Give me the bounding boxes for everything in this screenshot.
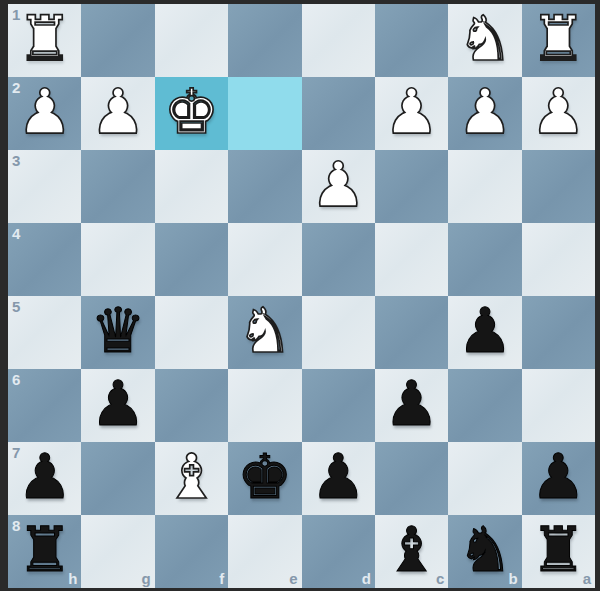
square-g6[interactable]: ♟ — [81, 369, 154, 442]
square-c5[interactable] — [375, 296, 448, 369]
square-b6[interactable] — [448, 369, 521, 442]
square-c7[interactable] — [375, 442, 448, 515]
file-label-g: g — [142, 571, 151, 586]
rank-label-6: 6 — [12, 372, 20, 387]
square-a7[interactable]: ♟ — [522, 442, 595, 515]
piece-black-pawn-d7[interactable]: ♟ — [310, 442, 366, 513]
square-c2[interactable]: ♟ — [375, 77, 448, 150]
square-f6[interactable] — [155, 369, 228, 442]
square-h1[interactable]: 1♜ — [8, 4, 81, 77]
square-b2[interactable]: ♟ — [448, 77, 521, 150]
chess-board: 1♜♞♜2♟♟♚♟♟♟3♟45♛♞♟6♟♟7♟♝♚♟♟8h♜gfedc♝b♞a♜ — [8, 4, 595, 588]
piece-black-pawn-a7[interactable]: ♟ — [531, 442, 587, 513]
square-h3[interactable]: 3 — [8, 150, 81, 223]
file-label-e: e — [289, 571, 297, 586]
square-e3[interactable] — [228, 150, 301, 223]
rank-label-4: 4 — [12, 226, 20, 241]
piece-black-queen-g5[interactable]: ♛ — [90, 296, 146, 367]
square-d7[interactable]: ♟ — [302, 442, 375, 515]
square-g3[interactable] — [81, 150, 154, 223]
file-label-f: f — [219, 571, 224, 586]
piece-white-rook-a1[interactable]: ♜ — [531, 4, 587, 75]
piece-black-pawn-b5[interactable]: ♟ — [457, 296, 513, 367]
piece-white-bishop-f7[interactable]: ♝ — [164, 442, 220, 513]
piece-black-knight-b8[interactable]: ♞ — [457, 515, 513, 586]
square-e1[interactable] — [228, 4, 301, 77]
piece-white-pawn-a2[interactable]: ♟ — [531, 77, 587, 148]
square-a8[interactable]: a♜ — [522, 515, 595, 588]
square-c1[interactable] — [375, 4, 448, 77]
square-f1[interactable] — [155, 4, 228, 77]
piece-white-pawn-h2[interactable]: ♟ — [17, 77, 73, 148]
piece-black-bishop-c8[interactable]: ♝ — [384, 515, 440, 586]
square-e5[interactable]: ♞ — [228, 296, 301, 369]
square-f8[interactable]: f — [155, 515, 228, 588]
square-h4[interactable]: 4 — [8, 223, 81, 296]
piece-white-pawn-g2[interactable]: ♟ — [90, 77, 146, 148]
square-g7[interactable] — [81, 442, 154, 515]
piece-black-rook-h8[interactable]: ♜ — [17, 515, 73, 586]
piece-black-pawn-h7[interactable]: ♟ — [17, 442, 73, 513]
square-d8[interactable]: d — [302, 515, 375, 588]
square-e2[interactable] — [228, 77, 301, 150]
square-c4[interactable] — [375, 223, 448, 296]
piece-white-rook-h1[interactable]: ♜ — [17, 4, 73, 75]
rank-label-5: 5 — [12, 299, 20, 314]
square-g8[interactable]: g — [81, 515, 154, 588]
piece-white-king-f2[interactable]: ♚ — [164, 77, 220, 148]
piece-white-knight-e5[interactable]: ♞ — [237, 296, 293, 367]
square-a6[interactable] — [522, 369, 595, 442]
piece-black-pawn-g6[interactable]: ♟ — [90, 369, 146, 440]
square-g2[interactable]: ♟ — [81, 77, 154, 150]
square-h2[interactable]: 2♟ — [8, 77, 81, 150]
piece-black-king-e7[interactable]: ♚ — [237, 442, 293, 513]
square-b1[interactable]: ♞ — [448, 4, 521, 77]
square-a3[interactable] — [522, 150, 595, 223]
square-d4[interactable] — [302, 223, 375, 296]
square-d6[interactable] — [302, 369, 375, 442]
file-label-d: d — [362, 571, 371, 586]
window-frame: 1♜♞♜2♟♟♚♟♟♟3♟45♛♞♟6♟♟7♟♝♚♟♟8h♜gfedc♝b♞a♜ — [0, 0, 600, 591]
square-e4[interactable] — [228, 223, 301, 296]
square-b3[interactable] — [448, 150, 521, 223]
square-f7[interactable]: ♝ — [155, 442, 228, 515]
square-f2[interactable]: ♚ — [155, 77, 228, 150]
square-a5[interactable] — [522, 296, 595, 369]
square-f4[interactable] — [155, 223, 228, 296]
square-a4[interactable] — [522, 223, 595, 296]
square-f3[interactable] — [155, 150, 228, 223]
square-g5[interactable]: ♛ — [81, 296, 154, 369]
piece-white-knight-b1[interactable]: ♞ — [457, 4, 513, 75]
square-a1[interactable]: ♜ — [522, 4, 595, 77]
piece-white-pawn-d3[interactable]: ♟ — [310, 150, 366, 221]
piece-white-pawn-b2[interactable]: ♟ — [457, 77, 513, 148]
square-h8[interactable]: 8h♜ — [8, 515, 81, 588]
square-b5[interactable]: ♟ — [448, 296, 521, 369]
square-c6[interactable]: ♟ — [375, 369, 448, 442]
square-a2[interactable]: ♟ — [522, 77, 595, 150]
square-d3[interactable]: ♟ — [302, 150, 375, 223]
piece-black-pawn-c6[interactable]: ♟ — [384, 369, 440, 440]
square-c3[interactable] — [375, 150, 448, 223]
square-e8[interactable]: e — [228, 515, 301, 588]
rank-label-3: 3 — [12, 153, 20, 168]
square-f5[interactable] — [155, 296, 228, 369]
square-b7[interactable] — [448, 442, 521, 515]
piece-black-rook-a8[interactable]: ♜ — [531, 515, 587, 586]
square-h7[interactable]: 7♟ — [8, 442, 81, 515]
square-e7[interactable]: ♚ — [228, 442, 301, 515]
square-h5[interactable]: 5 — [8, 296, 81, 369]
square-c8[interactable]: c♝ — [375, 515, 448, 588]
square-d5[interactable] — [302, 296, 375, 369]
piece-white-pawn-c2[interactable]: ♟ — [384, 77, 440, 148]
square-b4[interactable] — [448, 223, 521, 296]
square-g1[interactable] — [81, 4, 154, 77]
square-b8[interactable]: b♞ — [448, 515, 521, 588]
square-g4[interactable] — [81, 223, 154, 296]
square-h6[interactable]: 6 — [8, 369, 81, 442]
square-d2[interactable] — [302, 77, 375, 150]
square-e6[interactable] — [228, 369, 301, 442]
square-d1[interactable] — [302, 4, 375, 77]
